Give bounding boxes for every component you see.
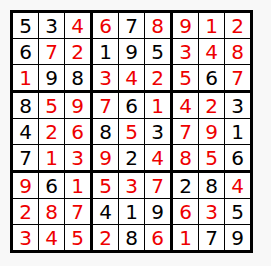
cell-r3c1: 1: [13, 65, 39, 93]
cell-r8c9: 5: [225, 199, 250, 225]
cell-r5c6: 3: [145, 119, 173, 145]
cell-r1c2: 3: [39, 13, 65, 39]
cell-r4c5: 6: [119, 93, 145, 119]
cell-r3c9: 7: [225, 65, 250, 93]
cell-r7c2: 6: [39, 173, 65, 199]
cell-r7c7: 2: [173, 173, 199, 199]
cell-r5c8: 9: [199, 119, 225, 145]
cell-r1c5: 7: [119, 13, 145, 39]
cell-r4c3: 9: [65, 93, 93, 119]
cell-r7c9: 4: [225, 173, 250, 199]
cell-r1c1: 5: [13, 13, 39, 39]
cell-r2c7: 3: [173, 39, 199, 65]
cell-r1c6: 8: [145, 13, 173, 39]
cell-r5c3: 6: [65, 119, 93, 145]
cell-r8c7: 6: [173, 199, 199, 225]
cell-r1c4: 6: [93, 13, 119, 39]
page: 5346789126721953481983425678597614234268…: [0, 0, 271, 266]
cell-r5c5: 5: [119, 119, 145, 145]
cell-r9c6: 6: [145, 225, 173, 250]
cell-r7c3: 1: [65, 173, 93, 199]
cell-r9c9: 9: [225, 225, 250, 250]
cell-r2c2: 7: [39, 39, 65, 65]
cell-r7c8: 8: [199, 173, 225, 199]
cell-r8c2: 8: [39, 199, 65, 225]
cell-r4c4: 7: [93, 93, 119, 119]
cell-r9c4: 2: [93, 225, 119, 250]
cell-r2c1: 6: [13, 39, 39, 65]
cell-r6c2: 1: [39, 145, 65, 173]
cell-r2c3: 2: [65, 39, 93, 65]
cell-r6c1: 7: [13, 145, 39, 173]
cell-r2c4: 1: [93, 39, 119, 65]
cell-r3c2: 9: [39, 65, 65, 93]
cell-r4c8: 2: [199, 93, 225, 119]
cell-r6c9: 6: [225, 145, 250, 173]
cell-r3c3: 8: [65, 65, 93, 93]
cell-r2c8: 4: [199, 39, 225, 65]
cell-r9c7: 1: [173, 225, 199, 250]
cell-r8c1: 2: [13, 199, 39, 225]
cell-r2c5: 9: [119, 39, 145, 65]
cell-r8c6: 9: [145, 199, 173, 225]
cell-r3c8: 6: [199, 65, 225, 93]
cell-r5c7: 7: [173, 119, 199, 145]
cell-r8c8: 3: [199, 199, 225, 225]
cell-r2c9: 8: [225, 39, 250, 65]
cell-r3c6: 2: [145, 65, 173, 93]
cell-r1c3: 4: [65, 13, 93, 39]
cell-r5c4: 8: [93, 119, 119, 145]
cell-r8c3: 7: [65, 199, 93, 225]
cell-r6c8: 5: [199, 145, 225, 173]
cell-r3c5: 4: [119, 65, 145, 93]
cell-r3c7: 5: [173, 65, 199, 93]
cell-r3c4: 3: [93, 65, 119, 93]
cell-r7c6: 7: [145, 173, 173, 199]
cell-r6c5: 2: [119, 145, 145, 173]
cell-r4c9: 3: [225, 93, 250, 119]
cell-r7c5: 3: [119, 173, 145, 199]
cell-r4c2: 5: [39, 93, 65, 119]
cell-r5c1: 4: [13, 119, 39, 145]
cell-r5c2: 2: [39, 119, 65, 145]
cell-r2c6: 5: [145, 39, 173, 65]
cell-r7c1: 9: [13, 173, 39, 199]
cell-r8c4: 4: [93, 199, 119, 225]
cell-r1c8: 1: [199, 13, 225, 39]
cell-r6c6: 4: [145, 145, 173, 173]
cell-r8c5: 1: [119, 199, 145, 225]
cell-r4c1: 8: [13, 93, 39, 119]
cell-r6c3: 3: [65, 145, 93, 173]
cell-r6c7: 8: [173, 145, 199, 173]
cell-r9c8: 7: [199, 225, 225, 250]
cell-r9c2: 4: [39, 225, 65, 250]
cell-r9c3: 5: [65, 225, 93, 250]
cell-r1c9: 2: [225, 13, 250, 39]
cell-r4c7: 4: [173, 93, 199, 119]
cell-r9c5: 8: [119, 225, 145, 250]
cell-r7c4: 5: [93, 173, 119, 199]
cell-r5c9: 1: [225, 119, 250, 145]
cell-r9c1: 3: [13, 225, 39, 250]
cell-r6c4: 9: [93, 145, 119, 173]
cell-r1c7: 9: [173, 13, 199, 39]
sudoku-board: 5346789126721953481983425678597614234268…: [10, 10, 253, 253]
cell-r4c6: 1: [145, 93, 173, 119]
